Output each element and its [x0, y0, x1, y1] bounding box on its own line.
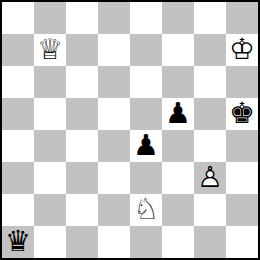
- square-c1[interactable]: [66, 226, 98, 258]
- square-d7[interactable]: [98, 34, 130, 66]
- black-king-piece[interactable]: ♚: [226, 98, 258, 130]
- square-e2[interactable]: ♞♘: [130, 194, 162, 226]
- square-f8[interactable]: [162, 2, 194, 34]
- white-queen-piece[interactable]: ♛♕: [34, 34, 66, 66]
- square-e5[interactable]: [130, 98, 162, 130]
- black-pawn-icon: ♟: [162, 98, 194, 130]
- black-queen-icon: ♛: [2, 226, 34, 258]
- white-pawn-icon: ♙: [194, 162, 226, 194]
- square-h3[interactable]: [226, 162, 258, 194]
- square-c2[interactable]: [66, 194, 98, 226]
- square-g8[interactable]: [194, 2, 226, 34]
- square-f5[interactable]: ♟: [162, 98, 194, 130]
- square-d3[interactable]: [98, 162, 130, 194]
- square-h5[interactable]: ♚: [226, 98, 258, 130]
- square-h7[interactable]: ♚♔: [226, 34, 258, 66]
- square-c4[interactable]: [66, 130, 98, 162]
- square-d5[interactable]: [98, 98, 130, 130]
- white-knight-icon: ♘: [130, 194, 162, 226]
- black-pawn-piece[interactable]: ♟: [130, 130, 162, 162]
- square-d1[interactable]: [98, 226, 130, 258]
- square-e8[interactable]: [130, 2, 162, 34]
- square-e1[interactable]: [130, 226, 162, 258]
- square-g6[interactable]: [194, 66, 226, 98]
- square-c7[interactable]: [66, 34, 98, 66]
- square-f7[interactable]: [162, 34, 194, 66]
- square-a4[interactable]: [2, 130, 34, 162]
- white-queen-icon: ♕: [34, 34, 66, 66]
- square-h6[interactable]: [226, 66, 258, 98]
- square-g7[interactable]: [194, 34, 226, 66]
- square-c8[interactable]: [66, 2, 98, 34]
- square-h8[interactable]: [226, 2, 258, 34]
- black-queen-piece[interactable]: ♛: [2, 226, 34, 258]
- square-b2[interactable]: [34, 194, 66, 226]
- square-d8[interactable]: [98, 2, 130, 34]
- square-d6[interactable]: [98, 66, 130, 98]
- square-a6[interactable]: [2, 66, 34, 98]
- square-b1[interactable]: [34, 226, 66, 258]
- square-c6[interactable]: [66, 66, 98, 98]
- square-g5[interactable]: [194, 98, 226, 130]
- square-g1[interactable]: [194, 226, 226, 258]
- square-e4[interactable]: ♟: [130, 130, 162, 162]
- square-a3[interactable]: [2, 162, 34, 194]
- square-b7[interactable]: ♛♕: [34, 34, 66, 66]
- square-f6[interactable]: [162, 66, 194, 98]
- square-h1[interactable]: [226, 226, 258, 258]
- square-g2[interactable]: [194, 194, 226, 226]
- square-e3[interactable]: [130, 162, 162, 194]
- square-g4[interactable]: [194, 130, 226, 162]
- black-pawn-icon: ♟: [130, 130, 162, 162]
- square-c5[interactable]: [66, 98, 98, 130]
- square-e7[interactable]: [130, 34, 162, 66]
- square-d4[interactable]: [98, 130, 130, 162]
- white-king-piece[interactable]: ♚♔: [226, 34, 258, 66]
- square-a1[interactable]: ♛: [2, 226, 34, 258]
- white-pawn-piece[interactable]: ♟♙: [194, 162, 226, 194]
- square-a7[interactable]: [2, 34, 34, 66]
- square-a5[interactable]: [2, 98, 34, 130]
- square-e6[interactable]: [130, 66, 162, 98]
- black-king-icon: ♚: [226, 98, 258, 130]
- square-h2[interactable]: [226, 194, 258, 226]
- square-f1[interactable]: [162, 226, 194, 258]
- square-f4[interactable]: [162, 130, 194, 162]
- black-pawn-piece[interactable]: ♟: [162, 98, 194, 130]
- square-b3[interactable]: [34, 162, 66, 194]
- square-b5[interactable]: [34, 98, 66, 130]
- square-a2[interactable]: [2, 194, 34, 226]
- square-f3[interactable]: [162, 162, 194, 194]
- square-b4[interactable]: [34, 130, 66, 162]
- white-king-icon: ♔: [226, 34, 258, 66]
- white-knight-piece[interactable]: ♞♘: [130, 194, 162, 226]
- chess-board: ♛♕♚♔♟♚♟♟♙♞♘♛: [0, 0, 260, 260]
- square-a8[interactable]: [2, 2, 34, 34]
- square-c3[interactable]: [66, 162, 98, 194]
- square-b8[interactable]: [34, 2, 66, 34]
- square-d2[interactable]: [98, 194, 130, 226]
- square-g3[interactable]: ♟♙: [194, 162, 226, 194]
- square-h4[interactable]: [226, 130, 258, 162]
- square-b6[interactable]: [34, 66, 66, 98]
- square-f2[interactable]: [162, 194, 194, 226]
